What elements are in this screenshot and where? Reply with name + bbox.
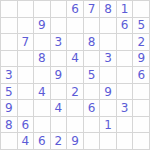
cell-r9c8[interactable] xyxy=(117,133,133,149)
cell-r4c1[interactable] xyxy=(1,51,17,67)
cell-r7c8-given-3[interactable]: 3 xyxy=(117,100,133,116)
cell-r8c3[interactable] xyxy=(34,117,50,133)
cell-r3c3[interactable] xyxy=(34,34,50,50)
cell-r3c8[interactable] xyxy=(117,34,133,50)
cell-r5c5[interactable] xyxy=(67,67,83,83)
cell-r4c3-given-8[interactable]: 8 xyxy=(34,51,50,67)
cell-r1c2[interactable] xyxy=(18,1,34,17)
cell-r7c5[interactable] xyxy=(67,100,83,116)
cell-r6c1-given-5[interactable]: 5 xyxy=(1,84,17,100)
cell-r1c7-given-8[interactable]: 8 xyxy=(100,1,116,17)
cell-r3c1[interactable] xyxy=(1,34,17,50)
cell-r4c5-given-4[interactable]: 4 xyxy=(67,51,83,67)
cell-r1c4[interactable] xyxy=(51,1,67,17)
cell-r9c6[interactable] xyxy=(84,133,100,149)
cell-r7c9[interactable] xyxy=(133,100,149,116)
cell-r4c9-given-9[interactable]: 9 xyxy=(133,51,149,67)
cell-r2c7[interactable] xyxy=(100,18,116,34)
cell-r2c4[interactable] xyxy=(51,18,67,34)
cell-r8c1-given-8[interactable]: 8 xyxy=(1,117,17,133)
cell-r4c7-given-3[interactable]: 3 xyxy=(100,51,116,67)
cell-r1c9[interactable] xyxy=(133,1,149,17)
cell-r3c2-given-7[interactable]: 7 xyxy=(18,34,34,50)
cell-r8c5[interactable] xyxy=(67,117,83,133)
cell-r3c9-given-2[interactable]: 2 xyxy=(133,34,149,50)
cell-r9c9[interactable] xyxy=(133,133,149,149)
cell-r4c6[interactable] xyxy=(84,51,100,67)
cell-r4c2[interactable] xyxy=(18,51,34,67)
cell-r1c8-given-1[interactable]: 1 xyxy=(117,1,133,17)
cell-r9c1[interactable] xyxy=(1,133,17,149)
cell-r8c6[interactable] xyxy=(84,117,100,133)
cell-r8c8[interactable] xyxy=(117,117,133,133)
cell-r5c3[interactable] xyxy=(34,67,50,83)
cell-r6c7-given-9[interactable]: 9 xyxy=(100,84,116,100)
cell-r9c4-given-2[interactable]: 2 xyxy=(51,133,67,149)
cell-r6c5-given-2[interactable]: 2 xyxy=(67,84,83,100)
cell-r9c3-given-6[interactable]: 6 xyxy=(34,133,50,149)
cell-r7c2[interactable] xyxy=(18,100,34,116)
cell-r5c7[interactable] xyxy=(100,67,116,83)
cell-r7c1-given-9[interactable]: 9 xyxy=(1,100,17,116)
cell-r6c4[interactable] xyxy=(51,84,67,100)
cell-r5c9-given-6[interactable]: 6 xyxy=(133,67,149,83)
cell-r6c8[interactable] xyxy=(117,84,133,100)
cell-r3c7[interactable] xyxy=(100,34,116,50)
cell-r6c6[interactable] xyxy=(84,84,100,100)
cell-r2c8-given-6[interactable]: 6 xyxy=(117,18,133,34)
cell-r9c7[interactable] xyxy=(100,133,116,149)
cell-r5c6-given-5[interactable]: 5 xyxy=(84,67,100,83)
cell-r7c3[interactable] xyxy=(34,100,50,116)
cell-r8c2-given-6[interactable]: 6 xyxy=(18,117,34,133)
cell-r2c2[interactable] xyxy=(18,18,34,34)
cell-r5c8[interactable] xyxy=(117,67,133,83)
cell-r1c1[interactable] xyxy=(1,1,17,17)
cell-r8c9[interactable] xyxy=(133,117,149,133)
cell-r9c2-given-4[interactable]: 4 xyxy=(18,133,34,149)
cell-r7c6-given-6[interactable]: 6 xyxy=(84,100,100,116)
cell-r2c1[interactable] xyxy=(1,18,17,34)
sudoku-board: 6781965738284393956542994638614629 xyxy=(0,0,150,150)
cell-r2c9-given-5[interactable]: 5 xyxy=(133,18,149,34)
cell-r2c3-given-9[interactable]: 9 xyxy=(34,18,50,34)
cell-r5c2[interactable] xyxy=(18,67,34,83)
cell-r1c5-given-6[interactable]: 6 xyxy=(67,1,83,17)
cell-r4c4[interactable] xyxy=(51,51,67,67)
cell-r6c3-given-4[interactable]: 4 xyxy=(34,84,50,100)
cell-r6c9[interactable] xyxy=(133,84,149,100)
cell-r8c7-given-1[interactable]: 1 xyxy=(100,117,116,133)
cell-r2c6[interactable] xyxy=(84,18,100,34)
cell-r3c5[interactable] xyxy=(67,34,83,50)
cell-r5c4-given-9[interactable]: 9 xyxy=(51,67,67,83)
cell-r3c6-given-8[interactable]: 8 xyxy=(84,34,100,50)
cell-r5c1-given-3[interactable]: 3 xyxy=(1,67,17,83)
cell-r1c3[interactable] xyxy=(34,1,50,17)
cell-r3c4-given-3[interactable]: 3 xyxy=(51,34,67,50)
cell-r9c5-given-9[interactable]: 9 xyxy=(67,133,83,149)
cell-r7c4-given-4[interactable]: 4 xyxy=(51,100,67,116)
cell-r1c6-given-7[interactable]: 7 xyxy=(84,1,100,17)
cell-r8c4[interactable] xyxy=(51,117,67,133)
cell-r2c5[interactable] xyxy=(67,18,83,34)
cell-r7c7[interactable] xyxy=(100,100,116,116)
cell-r4c8[interactable] xyxy=(117,51,133,67)
cell-r6c2[interactable] xyxy=(18,84,34,100)
